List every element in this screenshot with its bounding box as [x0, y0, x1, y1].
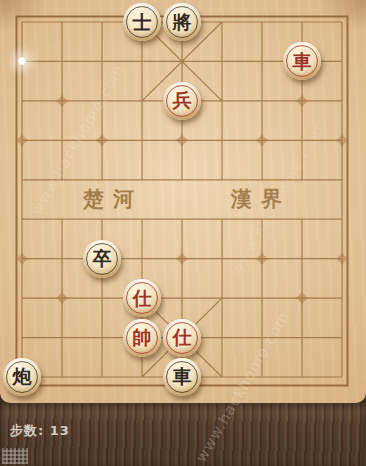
piece-glyph: 仕: [173, 328, 192, 347]
watermark-qr-block: [2, 448, 28, 464]
move-count-label: 步数:: [10, 423, 44, 438]
xiangqi-board: 楚河 漢界 士將車兵卒仕帥仕炮車 www.hackhome.com www.ha…: [0, 0, 366, 403]
piece-glyph: 將: [173, 13, 192, 32]
piece-red-general[interactable]: 帥: [123, 319, 161, 357]
piece-glyph: 仕: [133, 289, 152, 308]
piece-black-general[interactable]: 將: [163, 3, 201, 41]
piece-red-advisor-2[interactable]: 仕: [163, 319, 201, 357]
piece-black-chariot[interactable]: 車: [163, 358, 201, 396]
piece-glyph: 車: [173, 367, 192, 386]
piece-black-cannon[interactable]: 炮: [3, 358, 41, 396]
piece-red-soldier[interactable]: 兵: [163, 82, 201, 120]
piece-glyph: 炮: [13, 367, 32, 386]
piece-glyph: 帥: [133, 328, 152, 347]
move-count-value: 13: [50, 423, 70, 438]
status-bar: 步数: 13: [0, 403, 366, 466]
piece-black-advisor[interactable]: 士: [123, 3, 161, 41]
piece-glyph: 車: [293, 52, 312, 71]
piece-black-soldier[interactable]: 卒: [83, 240, 121, 278]
xiangqi-screen: 楚河 漢界 士將車兵卒仕帥仕炮車 www.hackhome.com www.ha…: [0, 0, 366, 466]
last-move-glow-marker: [17, 56, 27, 66]
piece-glyph: 兵: [173, 91, 192, 110]
piece-glyph: 士: [133, 13, 152, 32]
piece-grid[interactable]: 士將車兵卒仕帥仕炮車: [2, 2, 362, 396]
piece-red-chariot[interactable]: 車: [283, 42, 321, 80]
piece-red-advisor-1[interactable]: 仕: [123, 279, 161, 317]
piece-glyph: 卒: [93, 249, 112, 268]
move-counter: 步数: 13: [10, 422, 70, 440]
